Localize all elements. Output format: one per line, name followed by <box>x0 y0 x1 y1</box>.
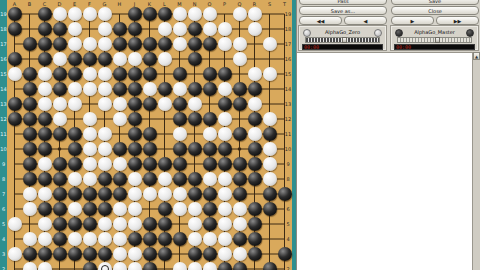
stone-black <box>248 247 262 261</box>
stone-black <box>53 232 67 246</box>
stone-black <box>188 247 202 261</box>
player-led-icon <box>466 29 474 37</box>
stone-white <box>113 262 127 270</box>
row-label: 5 <box>286 222 289 227</box>
stone-white <box>203 232 217 246</box>
stone-black <box>53 22 67 36</box>
stone-black <box>68 247 82 261</box>
row-label: 10 <box>0 147 6 152</box>
column-label: S <box>268 2 271 7</box>
stone-black <box>143 67 157 81</box>
stone-white <box>203 172 217 186</box>
column-label: N <box>193 2 197 7</box>
stone-black <box>23 127 37 141</box>
stone-black <box>278 187 292 201</box>
stone-black <box>203 142 217 156</box>
strength-slider[interactable] <box>305 37 380 43</box>
stone-black <box>53 67 67 81</box>
column-label: A <box>13 2 16 7</box>
stone-black <box>23 142 37 156</box>
strength-slider[interactable] <box>397 37 472 43</box>
slider-thumb[interactable] <box>435 37 440 43</box>
stone-black <box>38 52 52 66</box>
row-label: 11 <box>285 132 291 137</box>
player-led-icon <box>395 29 403 37</box>
stone-black <box>128 82 142 96</box>
stone-white <box>188 262 202 270</box>
stone-white <box>158 52 172 66</box>
stone-black <box>278 247 292 261</box>
column-label: L <box>163 2 166 7</box>
row-label: 16 <box>0 57 6 62</box>
stone-black <box>83 202 97 216</box>
column-label: J <box>134 2 135 7</box>
stone-white <box>248 7 262 21</box>
stone-black <box>38 202 52 216</box>
row-label: 6 <box>2 207 5 212</box>
stone-white <box>98 97 112 111</box>
stone-black <box>98 52 112 66</box>
stone-white <box>128 217 142 231</box>
stone-black <box>188 37 202 51</box>
row-label: 7 <box>2 192 5 197</box>
stone-black <box>173 232 187 246</box>
stone-black <box>158 202 172 216</box>
stone-white <box>158 172 172 186</box>
row-label: 6 <box>286 207 289 212</box>
stone-white <box>173 22 187 36</box>
stone-black <box>233 232 247 246</box>
stone-white <box>188 7 202 21</box>
stone-black <box>158 232 172 246</box>
stone-black <box>143 7 157 21</box>
stone-white <box>173 127 187 141</box>
column-label: O <box>208 2 212 7</box>
stone-black <box>143 232 157 246</box>
stone-black <box>188 112 202 126</box>
player-led-icon <box>303 29 311 37</box>
stone-white <box>83 37 97 51</box>
stone-black <box>233 157 247 171</box>
stone-white <box>218 232 232 246</box>
stone-black <box>203 37 217 51</box>
stone-black <box>173 142 187 156</box>
stone-black <box>53 127 67 141</box>
stone-black <box>83 52 97 66</box>
stone-white <box>53 97 67 111</box>
stone-black <box>263 262 277 270</box>
stone-black <box>173 157 187 171</box>
stone-white <box>218 187 232 201</box>
stone-black <box>203 247 217 261</box>
stone-white <box>83 7 97 21</box>
stone-black <box>83 187 97 201</box>
stone-white <box>128 187 142 201</box>
stone-black <box>38 172 52 186</box>
stone-white <box>8 67 22 81</box>
column-label: T <box>283 2 286 7</box>
stone-black <box>158 157 172 171</box>
stone-white <box>98 67 112 81</box>
stone-white <box>68 172 82 186</box>
row-label: 15 <box>0 72 6 77</box>
stone-white <box>83 142 97 156</box>
stone-white <box>38 232 52 246</box>
stone-black <box>83 247 97 261</box>
stone-black <box>38 127 52 141</box>
stone-black <box>158 37 172 51</box>
stone-black <box>263 202 277 216</box>
row-label: 9 <box>2 162 5 167</box>
stone-black <box>38 22 52 36</box>
column-label: D <box>58 2 62 7</box>
stone-black <box>203 187 217 201</box>
stone-black <box>53 172 67 186</box>
stone-black <box>233 262 247 270</box>
stone-white <box>173 7 187 21</box>
stone-white <box>23 262 37 270</box>
stone-white <box>128 262 142 270</box>
stone-white <box>143 187 157 201</box>
row-label: 11 <box>0 132 6 137</box>
stone-white <box>218 172 232 186</box>
last-move-marker <box>101 265 109 270</box>
row-label: 14 <box>0 87 6 92</box>
stone-white <box>218 247 232 261</box>
stone-white <box>113 247 127 261</box>
stone-black <box>158 247 172 261</box>
stone-black <box>248 217 262 231</box>
stone-white <box>233 37 247 51</box>
stone-white <box>98 157 112 171</box>
stone-white <box>218 37 232 51</box>
stone-black <box>128 127 142 141</box>
column-label: F <box>88 2 91 7</box>
stone-white <box>113 52 127 66</box>
stone-black <box>113 172 127 186</box>
stone-black <box>128 142 142 156</box>
stone-black <box>248 172 262 186</box>
row-label: 2 <box>2 267 5 270</box>
stone-black <box>233 97 247 111</box>
stone-black <box>53 82 67 96</box>
stone-white <box>218 127 232 141</box>
stone-white <box>158 187 172 201</box>
stone-black <box>188 142 202 156</box>
vertical-scrollbar[interactable]: ▲ <box>472 52 480 270</box>
stone-white <box>38 187 52 201</box>
stone-white <box>83 172 97 186</box>
stone-black <box>23 112 37 126</box>
stone-white <box>53 112 67 126</box>
slider-thumb[interactable] <box>342 37 347 43</box>
stone-white <box>173 262 187 270</box>
stone-white <box>68 22 82 36</box>
stone-white <box>218 217 232 231</box>
stone-white <box>38 67 52 81</box>
row-label: 19 <box>0 12 6 17</box>
stone-white <box>173 82 187 96</box>
row-label: 4 <box>2 237 5 242</box>
stone-black <box>263 127 277 141</box>
stone-white <box>38 217 52 231</box>
column-label: E <box>73 2 76 7</box>
stone-white <box>173 37 187 51</box>
stone-white <box>218 82 232 96</box>
stone-black <box>188 82 202 96</box>
stone-black <box>173 97 187 111</box>
stone-white <box>38 82 52 96</box>
stone-white <box>68 232 82 246</box>
stone-black <box>203 67 217 81</box>
stone-black <box>98 202 112 216</box>
stone-white <box>68 97 82 111</box>
stone-white <box>98 232 112 246</box>
stone-white <box>248 127 262 141</box>
stone-white <box>83 67 97 81</box>
clock-display: 00:00 <box>394 44 475 50</box>
stone-white <box>38 157 52 171</box>
stone-white <box>263 142 277 156</box>
stone-white <box>83 127 97 141</box>
row-label: 12 <box>285 117 291 122</box>
stone-white <box>68 7 82 21</box>
stone-black <box>143 172 157 186</box>
row-label: 4 <box>286 237 289 242</box>
stone-white <box>113 112 127 126</box>
stone-black <box>233 172 247 186</box>
stone-white <box>233 247 247 261</box>
stone-black <box>128 37 142 51</box>
rewind-all-button[interactable]: ◀◀ <box>299 16 342 25</box>
stone-white <box>8 217 22 231</box>
stone-black <box>128 67 142 81</box>
column-label: H <box>118 2 122 7</box>
save-button[interactable]: Save <box>391 0 479 5</box>
stone-white <box>83 112 97 126</box>
row-label: 10 <box>285 147 291 152</box>
stone-black <box>113 82 127 96</box>
control-panel: Pass Save Save as... Close ◀◀ ◀ ▶ ▶▶ Alp… <box>296 0 480 270</box>
stone-black <box>113 37 127 51</box>
stone-black <box>128 157 142 171</box>
stone-black <box>8 7 22 21</box>
stone-white <box>218 22 232 36</box>
stone-black <box>143 37 157 51</box>
row-label: 13 <box>0 102 6 107</box>
stone-black <box>68 217 82 231</box>
stone-black <box>248 157 262 171</box>
step-back-button[interactable]: ◀ <box>344 16 387 25</box>
stone-black <box>128 7 142 21</box>
save-as-button[interactable]: Save as... <box>299 6 387 15</box>
stone-white <box>38 262 52 270</box>
player-name: AlphaGo_Master <box>403 29 466 35</box>
stone-white <box>128 247 142 261</box>
stone-white <box>158 22 172 36</box>
stone-white <box>113 202 127 216</box>
stone-white <box>188 217 202 231</box>
stone-black <box>158 217 172 231</box>
stone-white <box>233 217 247 231</box>
forward-all-button[interactable]: ▶▶ <box>436 16 479 25</box>
column-label: M <box>177 2 181 7</box>
stone-white <box>263 157 277 171</box>
stone-black <box>23 37 37 51</box>
stone-white <box>98 37 112 51</box>
stone-black <box>128 112 142 126</box>
stone-black <box>38 142 52 156</box>
stone-black <box>23 157 37 171</box>
stone-white <box>23 202 37 216</box>
stone-black <box>143 52 157 66</box>
stone-black <box>218 142 232 156</box>
stone-black <box>188 52 202 66</box>
stone-black <box>248 142 262 156</box>
column-label: B <box>28 2 31 7</box>
stone-white <box>113 232 127 246</box>
stone-white <box>203 262 217 270</box>
stone-black <box>263 187 277 201</box>
stone-black <box>68 142 82 156</box>
stone-black <box>38 7 52 21</box>
stone-black <box>68 157 82 171</box>
stone-black <box>143 247 157 261</box>
stone-black <box>218 97 232 111</box>
stone-black <box>53 217 67 231</box>
row-label: 18 <box>0 27 6 32</box>
pass-button[interactable]: Pass <box>299 0 387 5</box>
stone-black <box>98 247 112 261</box>
row-label: 16 <box>285 57 291 62</box>
stone-white <box>23 232 37 246</box>
stone-black <box>53 37 67 51</box>
stone-white <box>128 172 142 186</box>
stone-black <box>203 217 217 231</box>
player-led-icon <box>374 29 382 37</box>
stone-black <box>143 262 157 270</box>
stone-white <box>188 202 202 216</box>
column-label: R <box>253 2 256 7</box>
stone-white <box>263 112 277 126</box>
stone-black <box>23 247 37 261</box>
stone-black <box>143 157 157 171</box>
row-label: 8 <box>286 177 289 182</box>
stone-white <box>233 202 247 216</box>
row-label: 8 <box>2 177 5 182</box>
stone-white <box>248 97 262 111</box>
stone-black <box>233 82 247 96</box>
stone-black <box>128 97 142 111</box>
row-label: 13 <box>285 102 291 107</box>
stone-white <box>263 172 277 186</box>
stone-black <box>233 127 247 141</box>
stone-white <box>143 82 157 96</box>
moves-list-area <box>297 52 473 270</box>
stone-black <box>68 127 82 141</box>
close-button[interactable]: Close <box>391 6 479 15</box>
stone-white <box>203 22 217 36</box>
stone-white <box>218 202 232 216</box>
stone-white <box>233 7 247 21</box>
stone-black <box>98 187 112 201</box>
stone-white <box>98 142 112 156</box>
stone-black <box>23 67 37 81</box>
stone-black <box>143 142 157 156</box>
stone-white <box>68 82 82 96</box>
row-label: 3 <box>2 252 5 257</box>
stone-black <box>173 112 187 126</box>
stone-black <box>113 187 127 201</box>
stone-black <box>188 22 202 36</box>
column-label: Q <box>238 2 242 7</box>
stone-white <box>83 157 97 171</box>
stone-black <box>53 202 67 216</box>
column-label: G <box>103 2 107 7</box>
stone-black <box>203 157 217 171</box>
stone-black <box>128 22 142 36</box>
stone-white <box>263 67 277 81</box>
stone-black <box>218 157 232 171</box>
row-label: 2 <box>286 267 289 270</box>
stone-white <box>158 97 172 111</box>
step-forward-button[interactable]: ▶ <box>391 16 434 25</box>
stone-white <box>173 187 187 201</box>
stone-white <box>113 97 127 111</box>
stone-black <box>98 172 112 186</box>
stone-black <box>68 52 82 66</box>
stone-black <box>248 202 262 216</box>
row-label: 9 <box>286 162 289 167</box>
stone-white <box>233 52 247 66</box>
stone-white <box>23 187 37 201</box>
row-label: 12 <box>0 117 6 122</box>
stone-white <box>98 127 112 141</box>
stone-white <box>188 232 202 246</box>
column-label: K <box>148 2 151 7</box>
stone-black <box>248 82 262 96</box>
stone-black <box>68 67 82 81</box>
stone-black <box>8 112 22 126</box>
scroll-up-arrow-icon[interactable]: ▲ <box>473 52 480 60</box>
stone-white <box>113 217 127 231</box>
stone-black <box>83 262 97 270</box>
app-window: ABCDEFGHJKLMNOPQRST191918181717161615151… <box>0 0 480 270</box>
stone-black <box>23 172 37 186</box>
row-label: 17 <box>0 42 6 47</box>
player-box-white: AlphaGo_Master 00:00 <box>390 25 479 51</box>
stone-black <box>248 112 262 126</box>
stone-white <box>68 202 82 216</box>
stone-black <box>188 172 202 186</box>
stone-black <box>113 67 127 81</box>
row-label: 17 <box>285 42 291 47</box>
stone-white <box>53 52 67 66</box>
stone-black <box>23 97 37 111</box>
stone-white <box>38 97 52 111</box>
stone-white <box>98 82 112 96</box>
stone-black <box>53 247 67 261</box>
stone-black <box>203 112 217 126</box>
column-label: C <box>43 2 47 7</box>
stone-white <box>188 97 202 111</box>
stone-black <box>53 187 67 201</box>
stone-white <box>128 202 142 216</box>
stone-black <box>38 112 52 126</box>
stone-white <box>203 127 217 141</box>
stone-black <box>83 217 97 231</box>
stone-black <box>23 82 37 96</box>
